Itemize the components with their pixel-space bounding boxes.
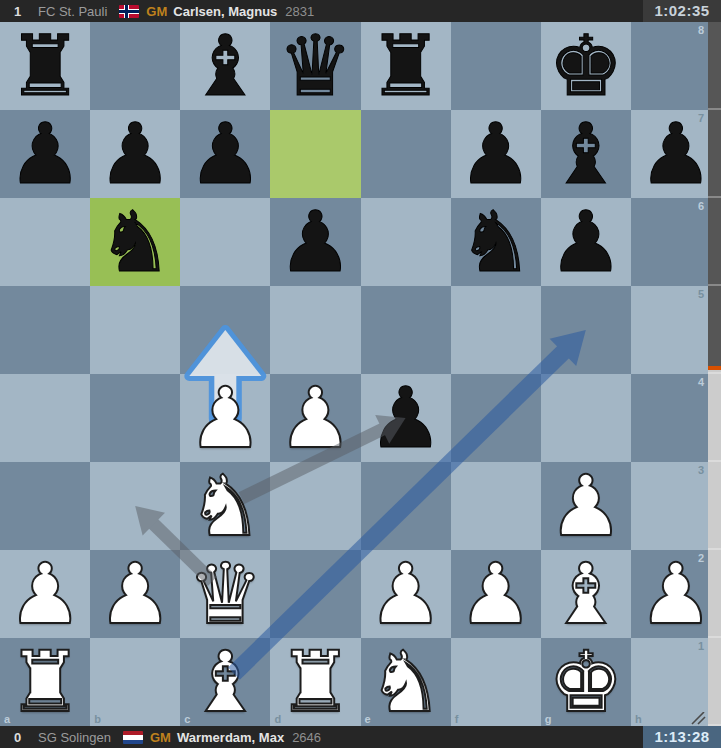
- title-badge-bottom: GM: [150, 730, 171, 745]
- piece-black-bishop-g7[interactable]: ♝: [541, 110, 631, 198]
- file-label-h: h: [635, 713, 642, 725]
- board-resize-handle[interactable]: [691, 712, 706, 725]
- eval-gauge: [708, 22, 721, 726]
- broadcast-board-panel: 1 FC St. Pauli GM Carlsen, Magnus 2831 1…: [0, 0, 721, 748]
- square-d5[interactable]: [270, 286, 360, 374]
- square-e7[interactable]: [361, 110, 451, 198]
- piece-black-pawn-a7[interactable]: ♟: [0, 110, 90, 198]
- square-a5[interactable]: [0, 286, 90, 374]
- rank-label-8: 8: [698, 24, 704, 36]
- piece-white-pawn-c4[interactable]: ♟: [180, 374, 270, 462]
- rank-label-5: 5: [698, 288, 704, 300]
- piece-black-rook-a8[interactable]: ♜: [0, 22, 90, 110]
- square-a6[interactable]: [0, 198, 90, 286]
- piece-black-pawn-e4[interactable]: ♟: [361, 374, 451, 462]
- square-b8[interactable]: [90, 22, 180, 110]
- clock-bottom: 1:13:28: [643, 726, 721, 748]
- piece-white-pawn-e2[interactable]: ♟: [361, 550, 451, 638]
- square-f8[interactable]: [451, 22, 541, 110]
- rank-label-3: 3: [698, 464, 704, 476]
- eval-gauge-ticks: [708, 22, 721, 726]
- netherlands-flag-icon: [123, 731, 143, 744]
- square-d3[interactable]: [270, 462, 360, 550]
- piece-black-pawn-f7[interactable]: ♟: [451, 110, 541, 198]
- square-e3[interactable]: [361, 462, 451, 550]
- piece-black-rook-e8[interactable]: ♜: [361, 22, 451, 110]
- rank-label-4: 4: [698, 376, 704, 388]
- square-b4[interactable]: [90, 374, 180, 462]
- clock-top: 1:02:35: [643, 0, 721, 22]
- piece-white-rook-d1[interactable]: ♜: [270, 638, 360, 726]
- piece-white-knight-c3[interactable]: ♞: [180, 462, 270, 550]
- file-label-b: b: [94, 713, 101, 725]
- file-label-f: f: [455, 713, 459, 725]
- piece-white-bishop-c1[interactable]: ♝: [180, 638, 270, 726]
- square-a3[interactable]: [0, 462, 90, 550]
- square-f4[interactable]: [451, 374, 541, 462]
- piece-white-bishop-g2[interactable]: ♝: [541, 550, 631, 638]
- piece-white-king-g1[interactable]: ♚: [541, 638, 631, 726]
- piece-white-pawn-d4[interactable]: ♟: [270, 374, 360, 462]
- piece-white-pawn-a2[interactable]: ♟: [0, 550, 90, 638]
- square-f1[interactable]: f: [451, 638, 541, 726]
- square-d2[interactable]: [270, 550, 360, 638]
- square-b1[interactable]: b: [90, 638, 180, 726]
- square-a4[interactable]: [0, 374, 90, 462]
- square-g4[interactable]: [541, 374, 631, 462]
- piece-black-pawn-c7[interactable]: ♟: [180, 110, 270, 198]
- square-b3[interactable]: [90, 462, 180, 550]
- piece-black-king-g8[interactable]: ♚: [541, 22, 631, 110]
- piece-black-pawn-g6[interactable]: ♟: [541, 198, 631, 286]
- team-name-bottom: SG Solingen: [38, 730, 111, 745]
- player-name-bottom: Warmerdam, Max: [177, 730, 284, 745]
- chess-board: 8765432abcdefgh1 ♜♝♛♜♚♟♟♟♟♝♟♞♟♞♟♟♟♟♞♟♟♟♛…: [0, 22, 721, 726]
- square-c6[interactable]: [180, 198, 270, 286]
- title-badge-top: GM: [146, 4, 167, 19]
- piece-black-bishop-c8[interactable]: ♝: [180, 22, 270, 110]
- piece-black-pawn-d6[interactable]: ♟: [270, 198, 360, 286]
- square-e5[interactable]: [361, 286, 451, 374]
- square-c5[interactable]: [180, 286, 270, 374]
- piece-white-rook-a1[interactable]: ♜: [0, 638, 90, 726]
- piece-black-knight-b6[interactable]: ♞: [90, 198, 180, 286]
- piece-white-queen-c2[interactable]: ♛: [180, 550, 270, 638]
- piece-black-pawn-b7[interactable]: ♟: [90, 110, 180, 198]
- piece-white-pawn-g3[interactable]: ♟: [541, 462, 631, 550]
- square-b5[interactable]: [90, 286, 180, 374]
- square-f3[interactable]: [451, 462, 541, 550]
- norway-flag-icon: [119, 5, 139, 18]
- square-g5[interactable]: [541, 286, 631, 374]
- piece-white-pawn-f2[interactable]: ♟: [451, 550, 541, 638]
- square-e6[interactable]: [361, 198, 451, 286]
- square-d7[interactable]: [270, 110, 360, 198]
- piece-white-knight-e1[interactable]: ♞: [361, 638, 451, 726]
- match-score-bottom: 0: [0, 730, 38, 745]
- piece-white-pawn-b2[interactable]: ♟: [90, 550, 180, 638]
- piece-black-queen-d8[interactable]: ♛: [270, 22, 360, 110]
- square-f5[interactable]: [451, 286, 541, 374]
- piece-black-knight-f6[interactable]: ♞: [451, 198, 541, 286]
- player-rating-bottom: 2646: [292, 730, 321, 745]
